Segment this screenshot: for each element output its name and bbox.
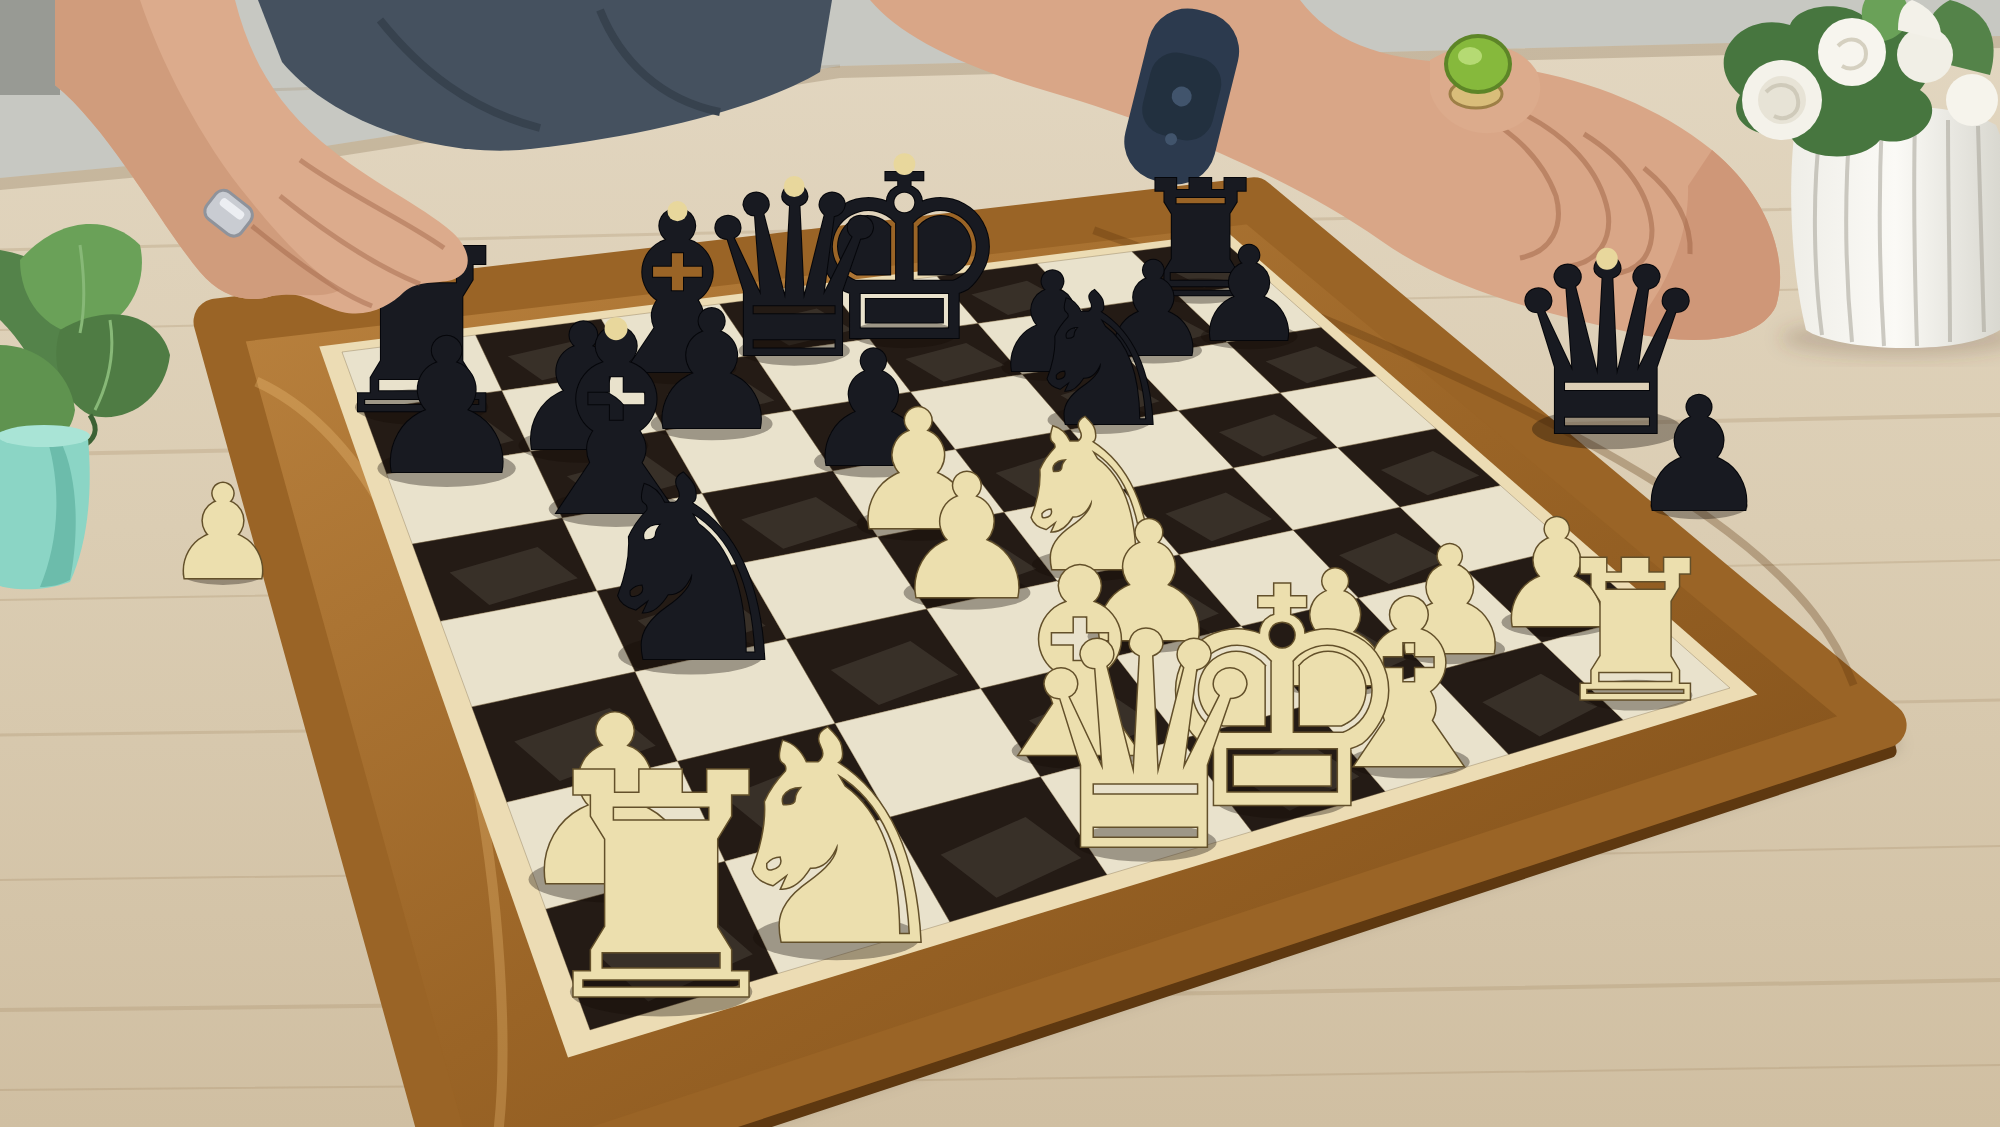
piece-white-pawn-captured-white-pawn[interactable]: ♟ — [165, 457, 282, 609]
contrast-finial — [605, 317, 628, 340]
plant-pot — [0, 427, 90, 589]
contrast-finial — [784, 176, 805, 197]
contrast-finial — [1596, 248, 1618, 270]
held-piece-green-felt[interactable] — [1446, 36, 1510, 108]
photo-stage: ♜♚♟♟♛♟♝♜♞♟♛♟♟♟♟♝♟♞♟♟♟♟♟♞♟♜♝♝♚♛♟♞♜ — [0, 0, 2000, 1127]
piece-white-rook-a1[interactable]: ♜ — [522, 708, 800, 1069]
chess-photo-scene: ♜♚♟♟♛♟♝♜♞♟♛♟♟♟♟♝♟♞♟♟♟♟♟♞♟♜♝♝♚♛♟♞♜ — [0, 0, 2000, 1127]
wall-corner-shadow — [0, 0, 60, 95]
contrast-finial — [667, 201, 687, 221]
piece-white-rook-h1[interactable]: ♜ — [1549, 520, 1722, 745]
piece-white-queen-d1[interactable]: ♛ — [1012, 570, 1279, 917]
